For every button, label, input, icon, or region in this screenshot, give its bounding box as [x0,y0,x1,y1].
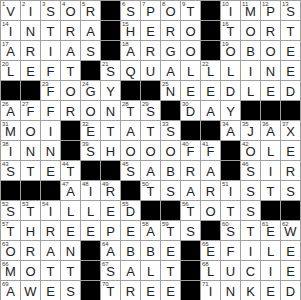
cell-letter: O [25,264,35,280]
clue-number: 40 [182,141,189,148]
clue-number: 56 [182,201,189,208]
cell-r8c1[interactable]: 38I [1,141,21,161]
cell-r4c3[interactable]: F [41,61,61,81]
cell-r15c2[interactable]: W [21,281,41,300]
cell-letter: E [46,284,55,300]
cell-letter: N [26,144,35,160]
clue-number: 57 [2,221,9,228]
cell-letter: S [246,204,255,220]
cell-r12c7[interactable]: E [121,221,141,241]
clue-number: 12 [262,1,269,8]
cell-r9c9[interactable]: B [161,161,181,181]
cell-r15c1[interactable]: 69A [1,281,21,300]
cell-r11c4[interactable]: L [61,201,81,221]
cell-letter: E [66,224,75,240]
cell-letter: E [286,64,295,80]
cell-r8c7[interactable]: O [121,141,141,161]
cell-letter: R [66,104,75,120]
cell-r9c14[interactable]: I [261,161,281,181]
cell-r15c6[interactable]: 70T [101,281,121,300]
cell-r5c5[interactable]: 24G [81,81,101,101]
cell-r8c9[interactable]: O [161,141,181,161]
cell-r13c14[interactable]: L [261,241,281,261]
cell-r5c12[interactable]: D [221,81,241,101]
cell-letter: R [66,24,75,40]
cell-r10c9[interactable]: S [161,181,181,201]
cell-r9c7[interactable]: 45S [121,161,141,181]
clue-number: 14 [2,21,9,28]
clue-number: 66 [2,261,9,268]
cell-r10c5[interactable]: 48I [81,181,101,201]
cell-r9c4[interactable]: 44T [61,161,81,181]
cell-letter: O [125,144,135,160]
cell-r7c13[interactable]: 35J [241,121,261,141]
cell-r7c1[interactable]: 31M [1,121,21,141]
cell-r15c12[interactable]: N [221,281,241,300]
clue-number: 29 [142,101,149,108]
cell-r14c1[interactable]: 66M [1,261,21,281]
cell-r10c10[interactable]: A [181,181,201,201]
cell-r3c8[interactable]: R [141,41,161,61]
cell-r10c12[interactable]: 51I [221,181,241,201]
cell-r4c10[interactable]: L [181,61,201,81]
cell-letter: E [266,284,275,300]
cell-letter: N [106,104,115,120]
cell-r15c11[interactable]: 71I [201,281,221,300]
cell-r15c8[interactable]: E [141,281,161,300]
cell-r2c9[interactable]: R [161,21,181,41]
cell-r5c14[interactable]: E [261,81,281,101]
cell-r7c9[interactable]: 33S [161,121,181,141]
cell-r2c7[interactable]: 15H [121,21,141,41]
cell-letter: I [29,4,33,20]
cell-r6c1[interactable]: 26A [1,101,21,121]
clue-number: 67 [102,261,109,268]
clue-number: 17 [2,41,9,48]
cell-letter: L [147,264,154,280]
cell-r3c9[interactable]: G [161,41,181,61]
cell-r1c1[interactable]: 1V [1,1,21,21]
cell-r6c11[interactable]: A [201,101,221,121]
cell-r14c15[interactable]: E [281,261,301,281]
cell-r12c6[interactable]: P [101,221,121,241]
cell-r13c9[interactable]: E [161,241,181,261]
black-cell-r9c6 [101,161,121,181]
cell-r9c2[interactable]: T [21,161,41,181]
cell-r3c14[interactable]: O [261,41,281,61]
cell-r14c13[interactable]: C [241,261,261,281]
cell-r4c6[interactable]: 21S [101,61,121,81]
cell-r15c9[interactable]: E [161,281,181,300]
cell-letter: I [229,4,233,20]
clue-number: 68 [202,261,209,268]
cell-r11c10[interactable]: 56T [181,201,201,221]
cell-r2c2[interactable]: N [21,21,41,41]
clue-number: 59 [162,221,169,228]
black-cell-r5c1 [1,81,21,101]
cell-r6c3[interactable]: F [41,101,61,121]
cell-letter: R [126,284,135,300]
black-cell-r11c8 [141,201,161,221]
cell-letter: P [146,4,155,20]
clue-number: 10 [222,1,229,8]
cell-letter: U [226,264,235,280]
cell-r7c6[interactable]: T [101,121,121,141]
cell-r2c12[interactable]: 16T [221,21,241,41]
cell-r8c2[interactable]: N [21,141,41,161]
cell-r6c10[interactable]: 30D [181,101,201,121]
cell-r1c8[interactable]: 7P [141,1,161,21]
clue-number: 39 [82,141,89,148]
cell-letter: T [167,264,175,280]
cell-r1c12[interactable]: 10I [221,1,241,21]
cell-letter: K [246,284,255,300]
cell-r13c12[interactable]: F [221,241,241,261]
cell-r7c3[interactable]: I [41,121,61,141]
black-cell-r11c15 [281,201,301,221]
cell-r13c1[interactable]: 63O [1,241,21,261]
black-cell-r7c4 [61,121,81,141]
cell-r12c10[interactable]: S [181,221,201,241]
cell-r1c14[interactable]: 12P [261,1,281,21]
cell-r9c13[interactable]: 46S [241,161,261,181]
cell-r10c15[interactable]: S [281,181,301,201]
black-cell-r15c5 [81,281,101,300]
cell-letter: A [66,44,75,60]
cell-r9c8[interactable]: A [141,161,161,181]
cell-r14c8[interactable]: L [141,261,161,281]
cell-r15c14[interactable]: E [261,281,281,300]
black-cell-r13c10 [181,241,201,261]
cell-letter: G [165,44,175,60]
cell-letter: O [185,44,195,60]
cell-letter: E [126,224,135,240]
cell-letter: R [166,24,175,40]
black-cell-r12c11 [201,221,221,241]
black-cell-r5c2 [21,81,41,101]
cell-r8c11[interactable]: 41F [201,141,221,161]
cell-r15c15[interactable]: D [281,281,301,300]
cell-letter: T [267,184,275,200]
cell-r13c7[interactable]: B [121,241,141,261]
cell-letter: Q [125,64,135,80]
cell-r14c7[interactable]: A [121,261,141,281]
cell-r12c14[interactable]: 61E [261,221,281,241]
black-cell-r9c5 [81,161,101,181]
cell-r9c3[interactable]: E [41,161,61,181]
cell-letter: T [287,24,295,40]
cell-r13c8[interactable]: B [141,241,161,261]
cell-letter: A [126,124,135,140]
cell-letter: E [186,84,195,100]
cell-r11c1[interactable]: 52S [1,201,21,221]
cell-letter: B [146,244,155,260]
cell-r1c13[interactable]: 11M [241,1,261,21]
clue-number: 43 [2,161,9,168]
clue-number: 65 [202,241,209,248]
cell-r8c8[interactable]: O [141,141,161,161]
cell-r13c6[interactable]: 64A [101,241,121,261]
cell-r7c2[interactable]: O [21,121,41,141]
cell-letter: O [185,24,195,40]
cell-letter: R [186,164,195,180]
clue-number: 35 [242,121,249,128]
cell-r4c4[interactable]: T [61,61,81,81]
cell-r1c10[interactable]: 9T [181,1,201,21]
cell-r8c10[interactable]: 40F [181,141,201,161]
clue-number: 21 [102,61,109,68]
cell-r3c12[interactable]: 19O [221,41,241,61]
cell-r7c12[interactable]: 34A [221,121,241,141]
cell-r4c13[interactable]: I [241,61,261,81]
cell-r12c9[interactable]: 59T [161,221,181,241]
cell-r5c4[interactable]: O [61,81,81,101]
cell-letter: S [126,4,135,20]
cell-letter: I [9,24,13,40]
cell-r3c5[interactable]: S [81,41,101,61]
cell-r4c2[interactable]: E [21,61,41,81]
cell-r2c15[interactable]: T [281,21,301,41]
cell-r5c9[interactable]: 25N [161,81,181,101]
cell-r5c3[interactable]: 23F [41,81,61,101]
cell-letter: P [106,224,115,240]
cell-r7c15[interactable]: 37X [281,121,301,141]
cell-letter: T [47,24,55,40]
cell-r13c2[interactable]: R [21,241,41,261]
cell-r1c3[interactable]: 3S [41,1,61,21]
cell-r11c6[interactable]: E [101,201,121,221]
cell-letter: T [67,264,75,280]
clue-number: 33 [162,121,169,128]
cell-r6c7[interactable]: 28T [121,101,141,121]
cell-r10c11[interactable]: R [201,181,221,201]
cell-letter: I [229,184,233,200]
cell-r9c11[interactable]: A [201,161,221,181]
cell-letter: S [46,4,55,20]
cell-letter: I [249,64,253,80]
cell-r6c12[interactable]: Y [221,101,241,121]
cell-letter: O [245,24,255,40]
cell-r4c15[interactable]: E [281,61,301,81]
cell-r3c13[interactable]: B [241,41,261,61]
black-cell-r5c8 [141,81,161,101]
cell-r1c9[interactable]: 8O [161,1,181,21]
cell-r11c5[interactable]: L [81,201,101,221]
cell-r2c4[interactable]: R [61,21,81,41]
cell-r2c8[interactable]: E [141,21,161,41]
cell-r11c3[interactable]: 54I [41,201,61,221]
cell-r12c15[interactable]: 62W [281,221,301,241]
clue-number: 50 [142,181,149,188]
cell-r4c8[interactable]: U [141,61,161,81]
cell-r6c6[interactable]: N [101,101,121,121]
cell-r7c14[interactable]: 36A [261,121,281,141]
cell-r15c7[interactable]: R [121,281,141,300]
black-cell-r6c13 [241,101,261,121]
clue-number: 15 [122,21,129,28]
cell-r8c15[interactable]: E [281,141,301,161]
cell-r8c14[interactable]: L [261,141,281,161]
cell-r12c4[interactable]: E [61,221,81,241]
cell-r14c4[interactable]: T [61,261,81,281]
clue-number: 1 [2,1,5,8]
cell-r6c8[interactable]: 29S [141,101,161,121]
cell-r11c2[interactable]: 53T [21,201,41,221]
cell-r14c6[interactable]: 67S [101,261,121,281]
cell-r12c13[interactable]: T [241,221,261,241]
clue-number: 32 [82,121,89,128]
cell-r8c5[interactable]: 39S [81,141,101,161]
clue-number: 3 [42,1,45,8]
cell-r3c7[interactable]: 18A [121,41,141,61]
cell-r2c5[interactable]: A [81,21,101,41]
clue-number: 49 [102,181,109,188]
cell-r15c4[interactable]: S [61,281,81,300]
clue-number: 48 [82,181,89,188]
cell-letter: Y [106,84,115,100]
cell-r5c15[interactable]: D [281,81,301,101]
cell-r4c12[interactable]: L [221,61,241,81]
cell-r8c13[interactable]: 42O [241,141,261,161]
cell-letter: O [65,84,75,100]
cell-letter: L [67,204,74,220]
cell-r10c8[interactable]: 50T [141,181,161,201]
cell-r13c11[interactable]: 65E [201,241,221,261]
cell-letter: I [49,124,53,140]
cell-r3c4[interactable]: A [61,41,81,61]
cell-r6c5[interactable]: O [81,101,101,121]
cell-r9c10[interactable]: R [181,161,201,181]
cell-r2c10[interactable]: O [181,21,201,41]
cell-r6c2[interactable]: 27F [21,101,41,121]
cell-r12c5[interactable]: E [81,221,101,241]
cell-r3c15[interactable]: E [281,41,301,61]
cell-r6c4[interactable]: R [61,101,81,121]
cell-r8c6[interactable]: H [101,141,121,161]
cell-r9c15[interactable]: R [281,161,301,181]
cell-letter: B [126,244,135,260]
clue-number: 9 [182,1,185,8]
cell-r3c10[interactable]: O [181,41,201,61]
cell-r5c11[interactable]: E [201,81,221,101]
cell-r11c7[interactable]: 55D [121,201,141,221]
cell-letter: A [186,184,195,200]
cell-r2c3[interactable]: T [41,21,61,41]
cell-r12c2[interactable]: H [21,221,41,241]
clue-number: 69 [2,281,9,288]
cell-r3c3[interactable]: I [41,41,61,61]
cell-r4c11[interactable]: 22L [201,61,221,81]
cell-r2c1[interactable]: 14I [1,21,21,41]
cell-letter: E [86,224,95,240]
cell-r13c13[interactable]: I [241,241,261,261]
black-cell-r6c15 [281,101,301,121]
cell-r10c6[interactable]: 49R [101,181,121,201]
clue-number: 31 [2,121,9,128]
cell-r1c15[interactable]: 13S [281,1,301,21]
cell-r14c11[interactable]: 68L [201,261,221,281]
cell-r1c7[interactable]: 6S [121,1,141,21]
cell-r14c14[interactable]: I [261,261,281,281]
cell-letter: A [206,104,215,120]
cell-r3c1[interactable]: 17A [1,41,21,61]
cell-r4c1[interactable]: 20L [1,61,21,81]
cell-letter: E [286,264,295,280]
cell-letter: E [286,44,295,60]
cell-r11c13[interactable]: S [241,201,261,221]
cell-letter: S [286,184,295,200]
cell-letter: R [26,44,35,60]
clue-number: 7 [142,1,145,8]
cell-r10c4[interactable]: 47A [61,181,81,201]
cell-r12c3[interactable]: R [41,221,61,241]
cell-r12c1[interactable]: 57T [1,221,21,241]
cell-letter: L [227,64,234,80]
clue-number: 46 [242,161,249,168]
cell-r8c3[interactable]: N [41,141,61,161]
cell-r4c14[interactable]: N [261,61,281,81]
clue-number: 55 [122,201,129,208]
cell-r1c5[interactable]: 5R [81,1,101,21]
cell-r5c13[interactable]: L [241,81,261,101]
cell-r7c5[interactable]: 32E [81,121,101,141]
cell-r1c2[interactable]: 2I [21,1,41,21]
cell-r3c2[interactable]: R [21,41,41,61]
cell-r5c6[interactable]: Y [101,81,121,101]
black-cell-r3c6 [101,41,121,61]
cell-r14c12[interactable]: U [221,261,241,281]
cell-letter: I [89,184,93,200]
cell-letter: H [106,144,115,160]
cell-r5c10[interactable]: E [181,81,201,101]
cell-r9c1[interactable]: 43S [1,161,21,181]
black-cell-r14c5 [81,261,101,281]
cell-r13c4[interactable]: N [61,241,81,261]
clue-number: 34 [222,121,229,128]
cell-letter: N [66,244,75,260]
cell-r13c3[interactable]: A [41,241,61,261]
cell-r1c4[interactable]: 4O [61,1,81,21]
cell-r15c13[interactable]: K [241,281,261,300]
cell-r12c8[interactable]: 58A [141,221,161,241]
cell-r10c13[interactable]: S [241,181,261,201]
cell-r13c15[interactable]: E [281,241,301,261]
black-cell-r1c11 [201,1,221,21]
cell-r2c13[interactable]: O [241,21,261,41]
cell-r14c2[interactable]: O [21,261,41,281]
black-cell-r14c10 [181,261,201,281]
cell-letter: S [246,184,255,200]
cell-r14c9[interactable]: T [161,261,181,281]
cell-letter: A [86,24,95,40]
cell-r11c12[interactable]: T [221,201,241,221]
cell-r2c14[interactable]: R [261,21,281,41]
clue-number: 41 [202,141,209,148]
cell-r4c7[interactable]: Q [121,61,141,81]
cell-r7c7[interactable]: A [121,121,141,141]
cell-r10c14[interactable]: T [261,181,281,201]
cell-letter: L [87,204,94,220]
cell-r7c8[interactable]: T [141,121,161,141]
cell-r15c3[interactable]: E [41,281,61,300]
black-cell-r2c6 [101,21,121,41]
cell-r14c3[interactable]: T [41,261,61,281]
cell-letter: T [47,264,55,280]
cell-r4c9[interactable]: A [161,61,181,81]
cell-r11c11[interactable]: O [201,201,221,221]
cell-letter: R [146,44,155,60]
cell-r12c12[interactable]: 60S [221,221,241,241]
